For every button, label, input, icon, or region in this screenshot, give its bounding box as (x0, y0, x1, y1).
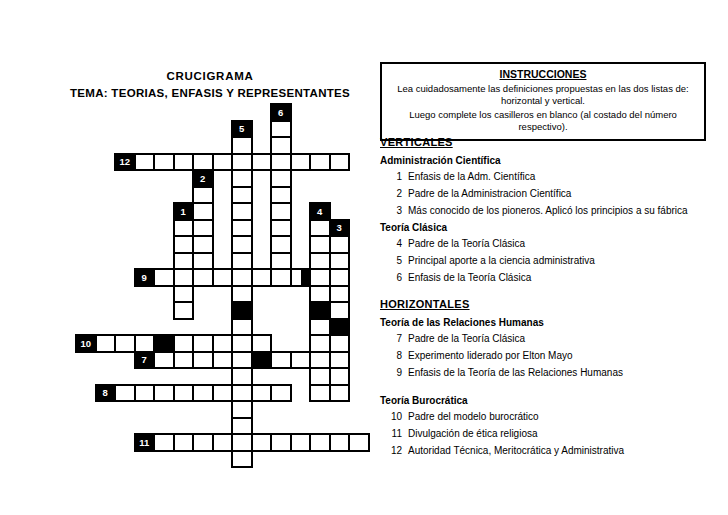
clue-text: Divulgación de ética religiosa (408, 427, 538, 440)
blank-cell-r14c1[interactable] (95, 334, 117, 353)
clues-panel: VERTICALESAdministración Científica1Enfa… (380, 136, 720, 461)
clue-text: Más conocido de los pioneros. Aplicó los… (408, 204, 688, 217)
blank-cell-r3c9[interactable] (251, 153, 273, 172)
clue-4: 4Padre de la Teoría Clásica (380, 237, 720, 250)
blank-cell-r3c3[interactable] (134, 153, 156, 172)
blank-cell-r15c6[interactable] (192, 351, 214, 370)
clue-8: 8Experimento liderado por Elton Mayo (380, 349, 720, 362)
blank-cell-r20c10[interactable] (270, 433, 292, 452)
blank-cell-r10c4[interactable] (153, 268, 175, 287)
section-verticales: VERTICALESAdministración Científica1Enfa… (380, 136, 720, 284)
clue-11: 11Divulgación de ética religiosa (380, 427, 720, 440)
clue-text: Enfasis de la Adm. Científica (408, 170, 535, 183)
clue-number: 10 (388, 410, 402, 423)
clue-number: 11 (388, 427, 402, 440)
blank-cell-r15c5[interactable] (173, 351, 195, 370)
blank-cell-r20c4[interactable] (153, 433, 175, 452)
clue-number: 5 (388, 254, 402, 267)
clue-group-label: Teoría Clásica (380, 221, 720, 234)
clue-text: Enfasis de la Teoría Clásica (408, 271, 531, 284)
clue-group-label: Teoría de las Relaciones Humanas (380, 316, 720, 329)
instructions-line-1: Lea cuidadosamente las definiciones prop… (392, 83, 694, 107)
blank-cell-r17c2[interactable] (114, 384, 136, 403)
blank-cell-r17c4[interactable] (153, 384, 175, 403)
blank-cell-r17c13[interactable] (329, 384, 351, 403)
blank-cell-r15c4[interactable] (153, 351, 175, 370)
clue-start-cell-8: 8 (95, 384, 117, 403)
clue-7: 7Padre de la Teoría Clásica (380, 332, 720, 345)
clue-group: Teoría Burocrática10Padre del modelo bur… (380, 394, 720, 457)
instructions-line-2: Luego complete los casilleros en blanco … (392, 109, 694, 133)
thin-block-separator (301, 268, 311, 287)
blank-cell-r20c14[interactable] (348, 433, 370, 452)
clue-text: Principal aporte a la ciencia administra… (408, 254, 595, 267)
instructions-box: INSTRUCCIONES Lea cuidadosamente las def… (380, 62, 706, 141)
blank-cell-r14c2[interactable] (114, 334, 136, 353)
blank-cell-r20c7[interactable] (212, 433, 234, 452)
blank-cell-r20c12[interactable] (309, 433, 331, 452)
clue-text: Experimento liderado por Elton Mayo (408, 349, 573, 362)
blank-cell-r20c6[interactable] (192, 433, 214, 452)
section-heading-verticales: VERTICALES (380, 136, 720, 148)
clue-text: Padre del modelo burocrático (408, 410, 539, 423)
clue-5: 5Principal aporte a la ciencia administr… (380, 254, 720, 267)
blank-cell-r20c13[interactable] (329, 433, 351, 452)
blank-cell-r3c12[interactable] (309, 153, 331, 172)
clue-start-cell-12: 12 (114, 153, 136, 172)
blank-cell-r15c11[interactable] (290, 351, 312, 370)
blank-cell-r10c10[interactable] (270, 268, 292, 287)
clue-12: 12Autoridad Técnica, Meritocrática y Adm… (380, 444, 720, 457)
title-block: CRUCIGRAMA TEMA: TEORIAS, ENFASIS Y REPR… (40, 70, 380, 99)
blank-cell-r3c4[interactable] (153, 153, 175, 172)
clue-10: 10Padre del modelo burocrático (380, 410, 720, 423)
clue-group-label: Teoría Burocrática (380, 394, 720, 407)
clue-number: 1 (388, 170, 402, 183)
blank-cell-r17c6[interactable] (192, 384, 214, 403)
section-horizontales: HORIZONTALESTeoría de las Relaciones Hum… (380, 298, 720, 457)
blank-cell-r17c10[interactable] (270, 384, 292, 403)
clue-group: Administración Científica1Enfasis de la … (380, 154, 720, 217)
clue-text: Padre de la Teoría Clásica (408, 237, 525, 250)
clue-start-cell-9: 9 (134, 268, 156, 287)
clue-2: 2Padre de la Administracion Científica (380, 187, 720, 200)
clue-text: Autoridad Técnica, Meritocrática y Admin… (408, 444, 624, 457)
instructions-heading: INSTRUCCIONES (392, 68, 694, 80)
blank-cell-r3c11[interactable] (290, 153, 312, 172)
clue-number: 4 (388, 237, 402, 250)
blank-cell-r15c10[interactable] (270, 351, 292, 370)
clue-number: 6 (388, 271, 402, 284)
blank-cell-r20c9[interactable] (251, 433, 273, 452)
blank-cell-r21c8[interactable] (231, 450, 253, 469)
clue-group-label: Administración Científica (380, 154, 720, 167)
clue-group: Teoría de las Relaciones Humanas7Padre d… (380, 316, 720, 379)
block-cell-r15c9 (251, 351, 273, 370)
blank-cell-r3c7[interactable] (212, 153, 234, 172)
clue-number: 12 (388, 444, 402, 457)
blank-cell-r12c5[interactable] (173, 301, 195, 320)
blank-cell-r17c3[interactable] (134, 384, 156, 403)
blank-cell-r17c7[interactable] (212, 384, 234, 403)
blank-cell-r20c5[interactable] (173, 433, 195, 452)
page-title: CRUCIGRAMA (40, 70, 380, 82)
clue-text: Padre de la Teoría Clásica (408, 332, 525, 345)
clue-1: 1Enfasis de la Adm. Científica (380, 170, 720, 183)
clue-start-cell-11: 11 (134, 433, 156, 452)
clue-start-cell-7: 7 (134, 351, 156, 370)
clue-number: 2 (388, 187, 402, 200)
page-subtitle: TEMA: TEORIAS, ENFASIS Y REPRESENTANTES (40, 87, 380, 99)
blank-cell-r20c11[interactable] (290, 433, 312, 452)
clue-number: 7 (388, 332, 402, 345)
blank-cell-r15c7[interactable] (212, 351, 234, 370)
clue-group: Teoría Clásica4Padre de la Teoría Clásic… (380, 221, 720, 284)
blank-cell-r10c7[interactable] (212, 268, 234, 287)
blank-cell-r17c12[interactable] (309, 384, 331, 403)
clue-number: 8 (388, 349, 402, 362)
blank-cell-r17c9[interactable] (251, 384, 273, 403)
clue-9: 9Enfasis de la Teoría de las Relaciones … (380, 366, 720, 379)
section-heading-horizontales: HORIZONTALES (380, 298, 720, 310)
crossword-board: 651221439107811 (75, 103, 371, 469)
clue-6: 6Enfasis de la Teoría Clásica (380, 271, 720, 284)
blank-cell-r10c9[interactable] (251, 268, 273, 287)
blank-cell-r17c5[interactable] (173, 384, 195, 403)
clue-text: Padre de la Administracion Científica (408, 187, 571, 200)
blank-cell-r3c5[interactable] (173, 153, 195, 172)
clue-text: Enfasis de la Teoría de las Relaciones H… (408, 366, 623, 379)
clue-start-cell-10: 10 (75, 334, 97, 353)
clue-3: 3Más conocido de los pioneros. Aplicó lo… (380, 204, 720, 217)
blank-cell-r10c6[interactable] (192, 268, 214, 287)
blank-cell-r3c13[interactable] (329, 153, 351, 172)
clue-number: 9 (388, 366, 402, 379)
clue-number: 3 (388, 204, 402, 217)
page: CRUCIGRAMA TEMA: TEORIAS, ENFASIS Y REPR… (0, 0, 728, 515)
